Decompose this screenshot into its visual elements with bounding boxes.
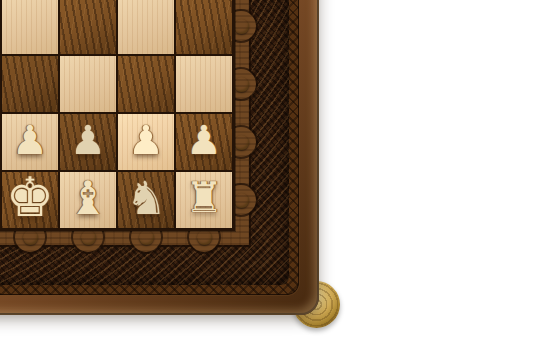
brass-stud-icon [234,19,249,34]
brass-stud-icon [234,193,249,208]
brass-stud-icon [23,230,38,245]
square-e3[interactable] [1,55,59,113]
piece-white-pawn[interactable]: ♟ [70,120,106,160]
brass-stud-icon [234,135,249,150]
square-g2[interactable]: ♟ [117,113,175,171]
piece-white-bishop[interactable]: ♝ [67,175,108,221]
square-f4[interactable] [59,0,117,55]
piece-white-rook[interactable]: ♜ [185,177,223,219]
checkerboard-field: ♜♞♝♛♚♝♞♜♟♟♟♟♟♟♟♟♟♟♟♟♟♟♟♟♜♞♝♛♚♝♞♜ [0,0,235,231]
square-f2[interactable]: ♟ [59,113,117,171]
square-g1[interactable]: ♞ [117,171,175,229]
square-g4[interactable] [117,0,175,55]
piece-white-king[interactable]: ♚ [6,171,54,225]
square-e1[interactable]: ♚ [1,171,59,229]
piece-white-pawn[interactable]: ♟ [186,120,222,160]
brass-stud-icon [197,230,212,245]
piece-white-pawn[interactable]: ♟ [12,120,48,160]
square-e2[interactable]: ♟ [1,113,59,171]
piece-white-pawn[interactable]: ♟ [128,120,164,160]
square-h1[interactable]: ♜ [175,171,233,229]
square-f3[interactable] [59,55,117,113]
square-h2[interactable]: ♟ [175,113,233,171]
brass-stud-icon [234,77,249,92]
square-f1[interactable]: ♝ [59,171,117,229]
square-h3[interactable] [175,55,233,113]
photo-canvas: { "game": "chess", "scene_description": … [0,0,533,356]
piece-white-knight[interactable]: ♞ [125,175,166,221]
square-h4[interactable] [175,0,233,55]
square-e4[interactable] [1,0,59,55]
brass-stud-icon [81,230,96,245]
square-g3[interactable] [117,55,175,113]
brass-stud-icon [139,230,154,245]
product-photo-scene: ♜♞♝♛♚♝♞♜♟♟♟♟♟♟♟♟♟♟♟♟♟♟♟♟♜♞♝♛♚♝♞♜ [0,0,533,356]
chess-board: ♜♞♝♛♚♝♞♜♟♟♟♟♟♟♟♟♟♟♟♟♟♟♟♟♜♞♝♛♚♝♞♜ [0,0,319,315]
